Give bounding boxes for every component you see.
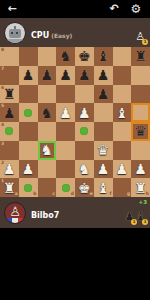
white-pawn-d5: ♟	[56, 103, 75, 122]
file-label-f: f	[110, 192, 112, 197]
black-knight-d8: ♞	[56, 47, 75, 66]
france-flag-icon	[5, 218, 25, 223]
rank-label-5: 5	[1, 104, 4, 109]
square-f3[interactable]: ♛	[94, 141, 113, 160]
square-h6[interactable]	[131, 85, 150, 104]
black-pawn-b7: ♟	[19, 66, 38, 85]
white-queen-f3: ♛	[94, 141, 113, 160]
white-pawn-g2: ♟	[113, 160, 132, 179]
square-g3[interactable]	[113, 141, 132, 160]
white-pawn-h2: ♟	[131, 160, 150, 179]
square-h1[interactable]: h♜	[131, 178, 150, 197]
settings-gear-icon[interactable]: ⚙	[126, 0, 146, 18]
square-b4[interactable]	[19, 122, 38, 141]
app-screen: ← ↶ ⚙ CPU(Easy) ♙ 1 8♞♚♝♜7♟♟♟♟♟6♜♟5♟♞♟♟♝…	[0, 0, 150, 300]
square-b5[interactable]	[19, 103, 38, 122]
material-advantage: +3	[139, 199, 147, 205]
rank-label-3: 3	[1, 142, 4, 147]
square-a3[interactable]: 3	[0, 141, 19, 160]
square-g4[interactable]	[113, 122, 132, 141]
square-a7[interactable]: 7	[0, 66, 19, 85]
captured-black-pawn-icon: ♟ 1	[124, 210, 135, 224]
black-pawn-c7: ♟	[38, 66, 57, 85]
square-h7[interactable]	[131, 66, 150, 85]
square-e2[interactable]: ♞	[75, 160, 94, 179]
square-f4[interactable]	[94, 122, 113, 141]
square-a2[interactable]: 2♟	[0, 160, 19, 179]
file-label-a: a	[15, 192, 18, 197]
square-a1[interactable]: 1a♜	[0, 178, 19, 197]
captured-black-bishop-icon: ♝ 1	[135, 210, 146, 224]
white-knight-c3: ♞	[38, 141, 57, 160]
square-a4[interactable]: 4	[0, 122, 19, 141]
square-g2[interactable]: ♟	[113, 160, 132, 179]
black-pawn-e7: ♟	[75, 66, 94, 85]
rank-label-4: 4	[1, 123, 4, 128]
square-c7[interactable]: ♟	[38, 66, 57, 85]
player-name: Bilbo7	[31, 211, 59, 220]
white-pawn-b2: ♟	[19, 160, 38, 179]
square-b8[interactable]	[19, 47, 38, 66]
white-knight-e2: ♞	[75, 160, 94, 179]
square-c6[interactable]	[38, 85, 57, 104]
black-king-e8: ♚	[75, 47, 94, 66]
square-f7[interactable]: ♟	[94, 66, 113, 85]
square-d8[interactable]: ♞	[56, 47, 75, 66]
square-c2[interactable]	[38, 160, 57, 179]
square-d6[interactable]	[56, 85, 75, 104]
square-d4[interactable]	[56, 122, 75, 141]
square-c3[interactable]: ♞	[38, 141, 57, 160]
opponent-captured-tray: ♙ 1	[135, 30, 146, 44]
captured-white-pawn-icon: ♙ 1	[135, 30, 146, 44]
black-queen-h4: ♛	[131, 122, 150, 141]
square-c4[interactable]	[38, 122, 57, 141]
square-h5[interactable]	[131, 103, 150, 122]
top-bar: ← ↶ ⚙	[0, 0, 150, 18]
cpu-robot-avatar	[4, 22, 26, 44]
square-b1[interactable]: b	[19, 178, 38, 197]
square-a5[interactable]: 5♟	[0, 103, 19, 122]
black-rook-h8: ♜	[131, 47, 150, 66]
player-name-block: Bilbo7	[31, 204, 59, 222]
rank-label-2: 2	[1, 161, 4, 166]
square-e5[interactable]: ♟	[75, 103, 94, 122]
legal-move-dot[interactable]	[80, 127, 88, 135]
square-g1[interactable]: g	[113, 178, 132, 197]
square-d3[interactable]	[56, 141, 75, 160]
black-pawn-d7: ♟	[56, 66, 75, 85]
legal-move-dot[interactable]	[5, 127, 13, 135]
square-f5[interactable]	[94, 103, 113, 122]
opponent-bar: CPU(Easy) ♙ 1	[0, 18, 150, 47]
rank-label-6: 6	[1, 86, 4, 91]
square-f6[interactable]: ♟	[94, 85, 113, 104]
white-pawn-e5: ♟	[75, 103, 94, 122]
square-g8[interactable]	[113, 47, 132, 66]
undo-icon[interactable]: ↶	[104, 0, 124, 18]
square-b2[interactable]: ♟	[19, 160, 38, 179]
rank-label-7: 7	[1, 67, 4, 72]
square-c8[interactable]	[38, 47, 57, 66]
square-f8[interactable]: ♝	[94, 47, 113, 66]
file-label-g: g	[127, 192, 130, 197]
square-g7[interactable]	[113, 66, 132, 85]
black-knight-c5: ♞	[38, 103, 57, 122]
square-e3[interactable]	[75, 141, 94, 160]
square-b3[interactable]	[19, 141, 38, 160]
square-f2[interactable]: ♟	[94, 160, 113, 179]
square-e6[interactable]	[75, 85, 94, 104]
square-d5[interactable]: ♟	[56, 103, 75, 122]
player-avatar: ♙	[4, 202, 26, 224]
black-bishop-f8: ♝	[94, 47, 113, 66]
rank-label-1: 1	[1, 179, 4, 184]
square-c1[interactable]: c	[38, 178, 57, 197]
player-captured-tray: ♟ 1 ♝ 1	[124, 210, 146, 224]
square-h2[interactable]: ♟	[131, 160, 150, 179]
square-d1[interactable]: d	[56, 178, 75, 197]
square-f1[interactable]: f♝	[94, 178, 113, 197]
file-label-e: e	[90, 192, 93, 197]
square-h8[interactable]: ♜	[131, 47, 150, 66]
square-e1[interactable]: e♚	[75, 178, 94, 197]
square-e7[interactable]: ♟	[75, 66, 94, 85]
square-b6[interactable]	[19, 85, 38, 104]
black-pawn-f7: ♟	[94, 66, 113, 85]
square-a8[interactable]: 8	[0, 47, 19, 66]
white-bishop-g5: ♝	[113, 103, 132, 122]
square-g5[interactable]: ♝	[113, 103, 132, 122]
file-label-h: h	[146, 192, 149, 197]
chess-board: 8♞♚♝♜7♟♟♟♟♟6♜♟5♟♞♟♟♝4♛3♞♛2♟♟♞♟♟♟1a♜bcde♚…	[0, 47, 150, 197]
captured-count-badge: 1	[142, 39, 148, 45]
square-h4[interactable]: ♛	[131, 122, 150, 141]
square-d2[interactable]	[56, 160, 75, 179]
square-a6[interactable]: 6♜	[0, 85, 19, 104]
rank-label-8: 8	[1, 48, 4, 53]
black-pawn-f6: ♟	[94, 85, 113, 104]
file-label-c: c	[53, 192, 56, 197]
opponent-level: (Easy)	[51, 32, 72, 39]
file-label-b: b	[33, 192, 36, 197]
player-bar: ♙ Bilbo7 +3 ♟ 1 ♝ 1	[0, 197, 150, 228]
opponent-name: CPU	[31, 31, 49, 40]
legal-move-dot[interactable]	[24, 109, 32, 117]
legal-move-dot[interactable]	[62, 184, 70, 192]
square-h3[interactable]	[131, 141, 150, 160]
square-d7[interactable]: ♟	[56, 66, 75, 85]
legal-move-dot[interactable]	[24, 184, 32, 192]
white-pawn-f2: ♟	[94, 160, 113, 179]
avatar-pawn-icon: ♙	[5, 204, 25, 219]
opponent-name-block: CPU(Easy)	[31, 24, 72, 42]
square-g6[interactable]	[113, 85, 132, 104]
robot-head-icon	[9, 29, 21, 38]
square-c5[interactable]: ♞	[38, 103, 57, 122]
robot-mouth-icon	[8, 39, 22, 43]
file-label-d: d	[71, 192, 74, 197]
back-icon[interactable]: ←	[2, 0, 22, 18]
square-b7[interactable]: ♟	[19, 66, 38, 85]
square-e8[interactable]: ♚	[75, 47, 94, 66]
square-e4[interactable]	[75, 122, 94, 141]
captured-count-badge: 1	[142, 219, 148, 225]
